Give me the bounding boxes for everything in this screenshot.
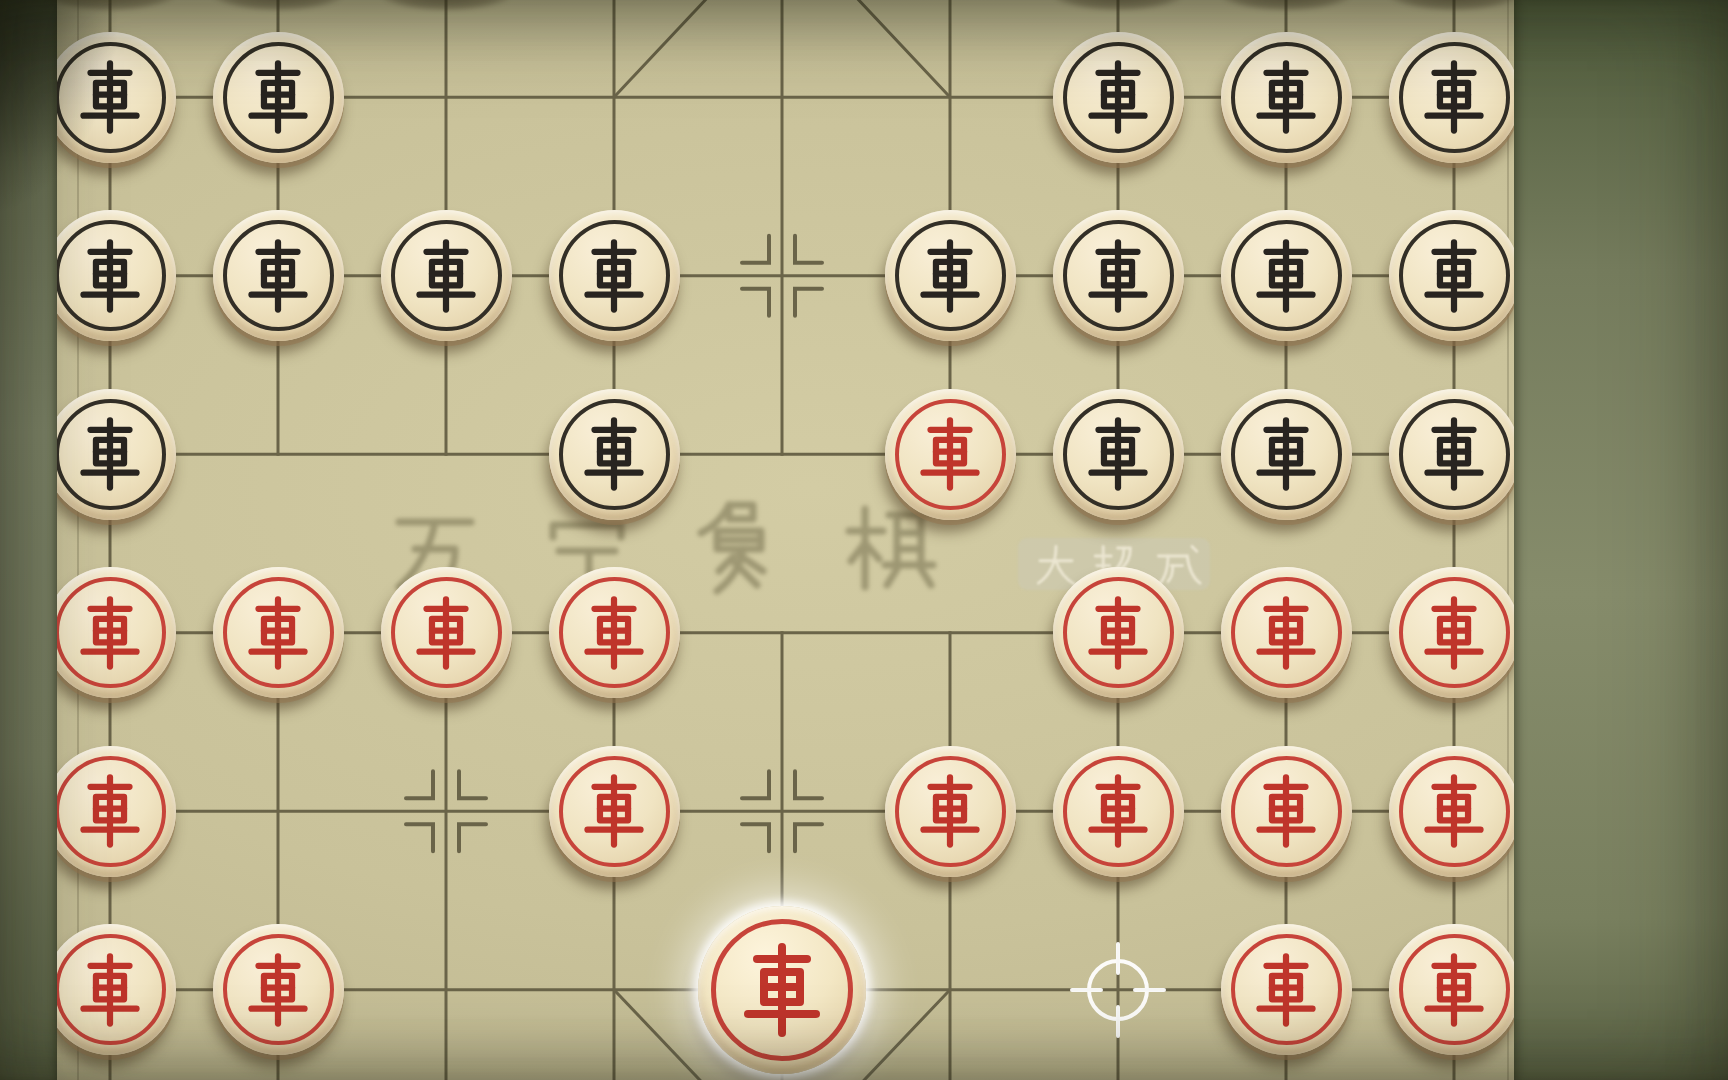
xiangqi-piece-red-chariot[interactable] bbox=[549, 746, 680, 877]
xiangqi-piece-black-chariot[interactable] bbox=[885, 210, 1016, 341]
piece-ring bbox=[223, 220, 334, 331]
xiangqi-piece-black-chariot[interactable] bbox=[1221, 389, 1352, 520]
xiangqi-piece-black-chariot[interactable] bbox=[549, 210, 680, 341]
xiangqi-piece-black-chariot[interactable] bbox=[1389, 32, 1520, 163]
xiangqi-piece-black-chariot[interactable] bbox=[1053, 389, 1184, 520]
piece-ring bbox=[1231, 42, 1342, 153]
piece-ring bbox=[1399, 577, 1510, 688]
xiangqi-piece-black-chariot[interactable] bbox=[45, 210, 176, 341]
piece-ring bbox=[895, 399, 1006, 510]
table-border-right bbox=[1514, 0, 1728, 1080]
piece-ring bbox=[1399, 399, 1510, 510]
piece-ring bbox=[1063, 220, 1174, 331]
xiangqi-board[interactable] bbox=[26, 8, 1538, 1079]
xiangqi-piece-red-chariot[interactable] bbox=[1389, 746, 1520, 877]
xiangqi-piece-red-chariot[interactable] bbox=[1053, 567, 1184, 698]
piece-ring bbox=[559, 577, 670, 688]
xiangqi-piece-black-chariot[interactable] bbox=[549, 389, 680, 520]
xiangqi-piece-red-chariot[interactable] bbox=[381, 567, 512, 698]
piece-ring bbox=[1231, 220, 1342, 331]
xiangqi-piece-red-chariot[interactable] bbox=[1221, 567, 1352, 698]
piece-ring bbox=[391, 577, 502, 688]
piece-ring bbox=[1063, 756, 1174, 867]
xiangqi-piece-red-chariot[interactable] bbox=[45, 746, 176, 877]
xiangqi-piece-black-chariot[interactable] bbox=[45, 389, 176, 520]
xiangqi-piece-red-chariot[interactable] bbox=[549, 567, 680, 698]
piece-ring bbox=[1399, 220, 1510, 331]
xiangqi-piece-red-chariot[interactable] bbox=[1053, 746, 1184, 877]
xiangqi-piece-red-chariot[interactable] bbox=[213, 924, 344, 1055]
piece-ring bbox=[1231, 756, 1342, 867]
piece-ring bbox=[55, 220, 166, 331]
piece-ring bbox=[223, 577, 334, 688]
piece-ring bbox=[223, 42, 334, 153]
xiangqi-piece-black-chariot[interactable] bbox=[1389, 389, 1520, 520]
table-border-left bbox=[0, 0, 57, 1080]
xiangqi-piece-black-chariot[interactable] bbox=[1389, 210, 1520, 341]
piece-ring bbox=[55, 399, 166, 510]
piece-ring bbox=[559, 756, 670, 867]
xiangqi-piece-red-chariot[interactable] bbox=[213, 567, 344, 698]
xiangqi-piece-black-chariot[interactable] bbox=[213, 210, 344, 341]
piece-ring bbox=[711, 919, 853, 1061]
game-screen: 万宁象棋 大招成 bbox=[0, 0, 1728, 1080]
xiangqi-piece-red-chariot[interactable] bbox=[1389, 567, 1520, 698]
xiangqi-piece-red-chariot[interactable] bbox=[1221, 746, 1352, 877]
piece-ring bbox=[895, 220, 1006, 331]
piece-ring bbox=[1063, 577, 1174, 688]
piece-ring bbox=[1231, 934, 1342, 1045]
xiangqi-piece-red-chariot[interactable] bbox=[1389, 924, 1520, 1055]
xiangqi-piece-red-chariot[interactable] bbox=[885, 389, 1016, 520]
xiangqi-piece-black-chariot[interactable] bbox=[1053, 210, 1184, 341]
piece-ring bbox=[223, 934, 334, 1045]
piece-ring bbox=[55, 42, 166, 153]
piece-ring bbox=[55, 577, 166, 688]
piece-ring bbox=[55, 934, 166, 1045]
xiangqi-piece-red-chariot[interactable] bbox=[45, 924, 176, 1055]
xiangqi-piece-black-chariot[interactable] bbox=[381, 210, 512, 341]
xiangqi-piece-red-chariot-selected[interactable] bbox=[698, 906, 866, 1074]
piece-ring bbox=[1063, 399, 1174, 510]
piece-ring bbox=[895, 756, 1006, 867]
xiangqi-piece-black-chariot[interactable] bbox=[1053, 32, 1184, 163]
xiangqi-piece-black-chariot[interactable] bbox=[45, 32, 176, 163]
xiangqi-piece-red-chariot[interactable] bbox=[1221, 924, 1352, 1055]
xiangqi-piece-red-chariot[interactable] bbox=[45, 567, 176, 698]
piece-ring bbox=[1063, 42, 1174, 153]
xiangqi-piece-black-chariot[interactable] bbox=[1221, 32, 1352, 163]
piece-ring bbox=[1399, 756, 1510, 867]
piece-ring bbox=[1399, 42, 1510, 153]
xiangqi-piece-black-chariot[interactable] bbox=[213, 32, 344, 163]
piece-ring bbox=[559, 220, 670, 331]
xiangqi-piece-red-chariot[interactable] bbox=[885, 746, 1016, 877]
piece-ring bbox=[1231, 399, 1342, 510]
piece-ring bbox=[1399, 934, 1510, 1045]
target-crosshair-cursor bbox=[1063, 935, 1173, 1045]
piece-ring bbox=[391, 220, 502, 331]
piece-ring bbox=[559, 399, 670, 510]
xiangqi-piece-black-chariot[interactable] bbox=[1221, 210, 1352, 341]
piece-ring bbox=[1231, 577, 1342, 688]
piece-ring bbox=[55, 756, 166, 867]
